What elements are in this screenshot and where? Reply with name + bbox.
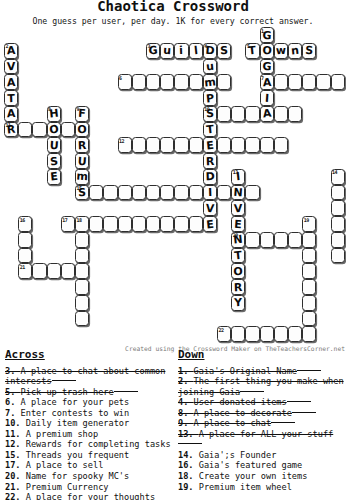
grid-cell-r5c14: 10S <box>203 106 217 122</box>
cell-letter: Y <box>232 296 245 310</box>
cell-letter: T <box>232 248 246 263</box>
grid-cell-r13c5 <box>75 232 89 248</box>
grid-cell-r12c9 <box>132 216 146 232</box>
cell-letter: F <box>76 107 89 122</box>
grid-cell-r12c11 <box>160 216 174 232</box>
cell-letter: S <box>204 107 217 121</box>
grid-cell-r12c8 <box>118 216 132 232</box>
grid-cell-r19c16 <box>231 326 245 342</box>
grid-cell-r14c23 <box>331 248 345 264</box>
grid-cell-r1c19: w <box>274 43 288 59</box>
grid-cell-r13c20 <box>288 232 302 248</box>
grid-cell-r1c20: n <box>288 43 302 59</box>
grid-cell-r3c12 <box>174 74 188 90</box>
cell-letter: A <box>5 44 18 58</box>
grid-cell-r9c3: E <box>47 169 61 185</box>
grid-cell-r5c5: 9F <box>75 106 89 122</box>
grid-cell-r10c5: 15S <box>75 185 89 201</box>
grid-cell-r7c3: U <box>47 137 61 153</box>
grid-cell-r13c23 <box>331 232 345 248</box>
crossword-page: Chaotica Crossword One guess per user, p… <box>0 0 346 500</box>
clue-across-10: 10. Daily item generator <box>5 418 177 429</box>
grid-cell-r1c13: l <box>189 43 203 59</box>
clue-across-15: 15. Threads you frequent <box>5 450 177 461</box>
cell-number: 16 <box>20 217 25 223</box>
grid-cell-r10c8 <box>118 185 132 201</box>
clue-down-16: 16. Gaia's featured game <box>178 460 345 471</box>
grid-cell-r5c18: A <box>260 106 274 122</box>
grid-cell-r15c3 <box>47 263 61 279</box>
grid-cell-r5c17 <box>245 106 259 122</box>
cell-letter: D <box>203 44 216 59</box>
grid-cell-r13c21 <box>302 232 316 248</box>
grid-cell-r14c1 <box>18 248 32 264</box>
grid-cell-r19c18 <box>260 326 274 342</box>
cell-letter: I <box>204 186 217 200</box>
grid-cell-r11c16: V <box>231 200 245 216</box>
cell-letter: V <box>203 201 216 216</box>
grid-cell-r3c22 <box>316 74 330 90</box>
cell-letter: S <box>303 44 316 59</box>
grid-cell-r13c19 <box>274 232 288 248</box>
grid-cell-r6c0: 11R <box>4 122 18 138</box>
grid-cell-r15c16: O <box>231 263 245 279</box>
grid-cell-r7c5: R <box>75 137 89 153</box>
grid-cell-r10c23 <box>331 185 345 201</box>
grid-cell-r7c12 <box>174 137 188 153</box>
cell-number: 12 <box>119 138 124 144</box>
cell-letter: w <box>275 44 288 58</box>
clue-across-6: 6. A place for your pets <box>5 397 177 408</box>
grid-cell-r19c19 <box>274 326 288 342</box>
grid-cell-r3c23 <box>331 74 345 90</box>
grid-cell-r3c11 <box>160 74 174 90</box>
grid-cell-r12c4: 17 <box>61 216 75 232</box>
cell-number: 19 <box>304 217 309 223</box>
grid-cell-r15c2 <box>32 263 46 279</box>
cell-letter: V <box>5 60 18 74</box>
grid-cell-r2c0: V <box>4 59 18 75</box>
grid-cell-r3c9 <box>132 74 146 90</box>
grid-cell-r1c12: i <box>174 43 188 59</box>
clue-down-19: 19. Premium item wheel <box>178 482 345 493</box>
grid-cell-r19c15: 22 <box>217 326 231 342</box>
grid-cell-r3c21 <box>302 74 316 90</box>
cell-letter: O <box>76 123 89 137</box>
clue-across-17: 17. A place to sell <box>5 460 177 471</box>
grid-cell-r1c0: 2A <box>4 43 18 59</box>
grid-cell-r6c2 <box>32 122 46 138</box>
grid-cell-r2c18: G <box>260 59 274 75</box>
grid-cell-r9c16: 13I <box>231 169 245 185</box>
clue-down-18: 18. Create your own items <box>178 471 345 482</box>
grid-cell-r1c15: S <box>217 43 231 59</box>
grid-cell-r3c13 <box>189 74 203 90</box>
grid-cell-r10c11 <box>160 185 174 201</box>
grid-cell-r5c20 <box>288 106 302 122</box>
cell-letter: V <box>232 202 245 216</box>
grid-cell-r3c15 <box>217 74 231 90</box>
grid-cell-r12c6 <box>89 216 103 232</box>
grid-cell-r7c11 <box>160 137 174 153</box>
grid-cell-r3c8: 6 <box>118 74 132 90</box>
grid-cell-r3c14: m <box>203 74 217 90</box>
across-clues-list: 3. A place to chat about common interest… <box>5 366 177 500</box>
grid-cell-r13c17 <box>245 232 259 248</box>
cell-letter: A <box>260 107 274 122</box>
grid-cell-r12c13 <box>189 216 203 232</box>
cell-letter: O <box>260 44 273 59</box>
cell-number: 14 <box>332 169 337 175</box>
grid-cell-r3c0: A <box>4 74 18 90</box>
grid-cell-r7c13 <box>189 137 203 153</box>
grid-cell-r1c14: 4D <box>203 43 217 59</box>
grid-cell-r8c5: U <box>75 153 89 169</box>
grid-cell-r11c23 <box>331 200 345 216</box>
grid-cell-r10c17 <box>245 185 259 201</box>
cell-letter: T <box>203 122 217 137</box>
cell-number: 22 <box>219 327 224 333</box>
grid-cell-r16c21 <box>302 279 316 295</box>
down-heading: Down <box>178 350 345 361</box>
grid-cell-r10c7 <box>103 185 117 201</box>
grid-cell-r3c18: 7A <box>260 74 274 90</box>
grid-cell-r1c17: 5T <box>245 43 259 59</box>
cell-letter: P <box>203 91 217 106</box>
grid-cell-r17c21 <box>302 295 316 311</box>
grid-cell-r4c18: I <box>260 90 274 106</box>
grid-cell-r7c18 <box>260 137 274 153</box>
grid-cell-r16c5 <box>75 279 89 295</box>
puzzle-subtitle: One guess per user, per day. 1K for ever… <box>0 16 346 26</box>
grid-cell-r14c16: T <box>231 248 245 264</box>
cell-letter: U <box>47 138 60 153</box>
clue-across-3: 3. A place to chat about common interest… <box>5 366 177 387</box>
grid-cell-r13c1 <box>18 232 32 248</box>
cell-letter: N <box>232 233 246 248</box>
cell-number: 18 <box>77 217 82 223</box>
grid-cell-r12c21: 19 <box>302 216 316 232</box>
grid-cell-r7c17 <box>245 137 259 153</box>
clue-down-9: 9. A place to chat <box>178 418 345 429</box>
grid-cell-r6c1 <box>18 122 32 138</box>
grid-cell-r12c7 <box>103 216 117 232</box>
cell-letter: n <box>288 44 302 59</box>
cell-letter: E <box>203 217 217 232</box>
grid-cell-r3c10 <box>146 74 160 90</box>
cell-letter: l <box>189 44 203 59</box>
grid-cell-r13c16: 20N <box>231 232 245 248</box>
grid-cell-r8c14: R <box>203 153 217 169</box>
clue-down-1: 1. Gaia's Original Name <box>178 366 345 377</box>
across-clues-section: Across 3. A place to chat about common i… <box>5 350 177 500</box>
grid-cell-r18c5 <box>75 311 89 327</box>
grid-cell-r5c0: A <box>4 106 18 122</box>
grid-cell-r3c20 <box>288 74 302 90</box>
cell-letter: A <box>260 76 273 90</box>
clue-across-22: 22. A place for your thoughts <box>5 492 177 500</box>
clue-down-4: 4. User donated items <box>178 397 345 408</box>
grid-cell-r8c3: S <box>47 153 61 169</box>
grid-cell-r6c14: T <box>203 122 217 138</box>
grid-cell-r18c21 <box>302 311 316 327</box>
cell-number: 17 <box>62 217 67 223</box>
cell-letter: E <box>47 170 61 185</box>
cell-letter: G <box>146 44 160 59</box>
grid-cell-r7c9 <box>132 137 146 153</box>
grid-cell-r14c5 <box>75 248 89 264</box>
grid-cell-r5c15 <box>217 106 231 122</box>
down-clues-section: Down 1. Gaia's Original Name2. The first… <box>178 350 345 492</box>
grid-cell-r9c14: D <box>203 169 217 185</box>
grid-cell-r12c1: 16 <box>18 216 32 232</box>
grid-cell-r15c4 <box>61 263 75 279</box>
grid-cell-r15c1: 21 <box>18 263 32 279</box>
cell-letter: A <box>5 76 18 90</box>
cell-letter: S <box>76 186 89 200</box>
cell-letter: m <box>76 170 89 185</box>
grid-cell-r12c12 <box>174 216 188 232</box>
cell-letter: R <box>4 122 18 137</box>
cell-letter: U <box>76 154 89 169</box>
grid-cell-r10c16: N <box>231 185 245 201</box>
across-heading: Across <box>5 350 177 361</box>
grid-cell-r2c14: u <box>203 59 217 75</box>
grid-cell-r4c0: T <box>4 90 18 106</box>
grid-cell-r12c14: E <box>203 216 217 232</box>
cell-letter: E <box>232 217 245 232</box>
clue-across-21: 21. Premium Currency <box>5 482 177 493</box>
grid-cell-r12c23 <box>331 216 345 232</box>
cell-letter: T <box>5 91 18 105</box>
grid-cell-r6c3: O <box>47 122 61 138</box>
grid-cell-r6c5: O <box>75 122 89 138</box>
grid-cell-r16c16: R <box>231 279 245 295</box>
cell-letter: m <box>203 75 217 90</box>
grid-cell-r7c14: E <box>203 137 217 153</box>
clue-across-7: 7. Enter contests to win <box>5 408 177 419</box>
clue-down-2: 2. The first thing you make when joining… <box>178 376 345 397</box>
cell-letter: O <box>232 265 245 279</box>
cell-number: 6 <box>119 75 122 81</box>
grid-cell-r5c3: 8H <box>47 106 61 122</box>
grid-cell-r1c18: O <box>260 43 274 59</box>
clue-down-14: 14. Gaia';s Founder <box>178 450 345 461</box>
grid-cell-r7c8: 12 <box>118 137 132 153</box>
grid-cell-r10c12 <box>174 185 188 201</box>
clue-across-11: 11. A premium shop <box>5 429 177 440</box>
clue-across-20: 20. Name for spooky MC's <box>5 471 177 482</box>
cell-letter: G <box>260 60 273 75</box>
grid-cell-r0c18: 1G <box>260 27 274 43</box>
grid-cell-r15c5 <box>75 263 89 279</box>
grid-cell-r10c15 <box>217 185 231 201</box>
grid-cell-r10c9 <box>132 185 146 201</box>
cell-letter: N <box>232 186 245 201</box>
grid-cell-r3c19 <box>274 74 288 90</box>
grid-cell-r12c16: E <box>231 216 245 232</box>
grid-cell-r7c10 <box>146 137 160 153</box>
clue-across-12: 12. Rewards for completing tasks <box>5 439 177 450</box>
grid-cell-r10c14: I <box>203 185 217 201</box>
grid-cell-r10c6 <box>89 185 103 201</box>
grid-cell-r13c18 <box>260 232 274 248</box>
grid-cell-r1c10: 3G <box>146 43 160 59</box>
grid-cell-r7c16 <box>231 137 245 153</box>
grid-cell-r17c5 <box>75 295 89 311</box>
grid-cell-r1c21: S <box>302 43 316 59</box>
clue-down-8: 8. A place to decorate <box>178 408 345 419</box>
cell-letter: u <box>161 44 174 59</box>
cell-letter: D <box>204 170 217 184</box>
grid-cell-r9c5: m <box>75 169 89 185</box>
cell-letter: R <box>232 280 245 294</box>
grid-cell-r12c5: 18 <box>75 216 89 232</box>
down-clues-list: 1. Gaia's Original Name2. The first thin… <box>178 366 345 493</box>
grid-cell-r10c10 <box>146 185 160 201</box>
grid-cell-r7c15 <box>217 137 231 153</box>
cell-letter: I <box>232 170 246 185</box>
grid-cell-r19c20 <box>288 326 302 342</box>
cell-letter: S <box>47 154 61 169</box>
grid-cell-r1c11: u <box>160 43 174 59</box>
cell-letter: A <box>5 107 18 121</box>
grid-cell-r17c16: Y <box>231 295 245 311</box>
crossword-grid: 1G2A3Guil4DS5TOwnSVuGA6m7ATPIA8H9F10SA11… <box>4 27 345 343</box>
clue-across-5: 5. Pick up trash here <box>5 387 177 398</box>
cell-letter: O <box>47 122 61 137</box>
grid-cell-r5c19 <box>274 106 288 122</box>
cell-letter: i <box>175 44 188 58</box>
grid-cell-r19c21 <box>302 326 316 342</box>
clue-down-13: 13. A place for ALL your stuff <box>178 429 345 450</box>
grid-cell-r19c17 <box>245 326 259 342</box>
grid-cell-r5c16 <box>231 106 245 122</box>
cell-letter: E <box>203 138 217 153</box>
grid-cell-r12c10 <box>146 216 160 232</box>
grid-cell-r15c21 <box>302 263 316 279</box>
cell-letter: G <box>260 28 273 43</box>
grid-cell-r9c23: 14 <box>331 169 345 185</box>
grid-cell-r14c21 <box>302 248 316 264</box>
grid-cell-r7c19 <box>274 137 288 153</box>
cell-letter: R <box>76 139 89 153</box>
cell-letter: I <box>260 91 273 106</box>
grid-cell-r4c14: P <box>203 90 217 106</box>
cell-letter: H <box>47 107 61 122</box>
cell-letter: u <box>203 59 217 74</box>
puzzle-title: Chaotica Crossword <box>0 0 346 14</box>
cell-number: 21 <box>20 264 25 270</box>
cell-letter: R <box>204 154 217 168</box>
grid-cell-r6c4 <box>61 122 75 138</box>
grid-cell-r11c14: V <box>203 200 217 216</box>
cell-letter: S <box>218 44 231 58</box>
grid-cell-r10c13 <box>189 185 203 201</box>
cell-letter: T <box>246 44 260 59</box>
